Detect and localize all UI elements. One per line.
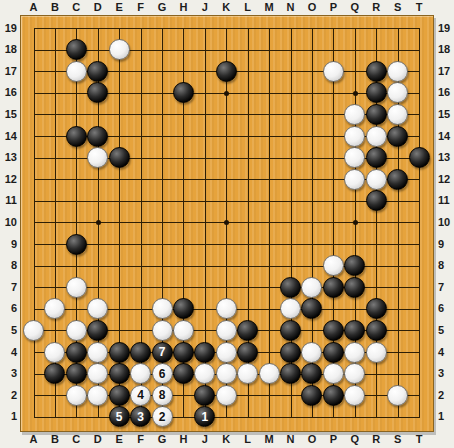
column-label-top: C — [66, 1, 86, 14]
black-stone-C9[interactable] — [66, 234, 87, 255]
row-label-right: 14 — [438, 130, 454, 143]
black-stone-D14[interactable] — [87, 126, 108, 147]
white-stone-R4[interactable] — [366, 342, 387, 363]
white-stone-P17[interactable] — [323, 61, 344, 82]
row-label-left: 10 — [0, 216, 17, 229]
white-stone-S2[interactable] — [387, 385, 408, 406]
black-stone-H3[interactable] — [173, 363, 194, 384]
column-label-top: F — [131, 1, 151, 14]
move-number: 1 — [202, 410, 209, 424]
column-label-top: R — [366, 1, 386, 14]
black-stone-E2[interactable] — [109, 385, 130, 406]
grid-line-vertical — [419, 28, 420, 418]
white-stone-R14[interactable] — [366, 126, 387, 147]
column-label-top: G — [152, 1, 172, 14]
white-stone-C17[interactable] — [66, 61, 87, 82]
row-label-right: 19 — [438, 22, 454, 35]
go-game-screenshot: AABBCCDDEEFFGGHHJJKKLLMMNNOOPPQQRRSSTT19… — [0, 0, 454, 448]
row-label-left: 6 — [0, 302, 17, 315]
column-label-bottom: L — [238, 433, 258, 446]
column-label-bottom: H — [173, 433, 193, 446]
black-stone-S12[interactable] — [387, 169, 408, 190]
column-label-top: J — [195, 1, 215, 14]
black-stone-P2[interactable] — [323, 385, 344, 406]
row-label-left: 17 — [0, 65, 17, 78]
grid-line-horizontal — [34, 244, 421, 245]
row-label-right: 10 — [438, 216, 454, 229]
column-label-bottom: J — [195, 433, 215, 446]
white-stone-K4[interactable] — [216, 342, 237, 363]
black-stone-P5[interactable] — [323, 320, 344, 341]
black-stone-D5[interactable] — [87, 320, 108, 341]
row-label-left: 16 — [0, 86, 17, 99]
black-stone-O2[interactable] — [301, 385, 322, 406]
row-label-right: 3 — [438, 367, 454, 380]
row-label-left: 14 — [0, 130, 17, 143]
column-label-bottom: M — [259, 433, 279, 446]
black-stone-J2[interactable] — [194, 385, 215, 406]
row-label-left: 3 — [0, 367, 17, 380]
black-stone-E3[interactable] — [109, 363, 130, 384]
column-label-top: M — [259, 1, 279, 14]
column-label-bottom: A — [24, 433, 44, 446]
black-stone-L5[interactable] — [237, 320, 258, 341]
black-stone-N4[interactable] — [280, 342, 301, 363]
white-stone-Q4[interactable] — [344, 342, 365, 363]
black-stone-R11[interactable] — [366, 190, 387, 211]
row-label-right: 16 — [438, 86, 454, 99]
white-stone-C5[interactable] — [66, 320, 87, 341]
white-stone-G2[interactable]: 8 — [152, 385, 173, 406]
white-stone-H5[interactable] — [173, 320, 194, 341]
column-label-bottom: G — [152, 433, 172, 446]
white-stone-A5[interactable] — [23, 320, 44, 341]
black-stone-F4[interactable] — [130, 342, 151, 363]
black-stone-P4[interactable] — [323, 342, 344, 363]
black-stone-S14[interactable] — [387, 126, 408, 147]
row-label-right: 13 — [438, 151, 454, 164]
column-label-top: O — [302, 1, 322, 14]
black-stone-R17[interactable] — [366, 61, 387, 82]
white-stone-K3[interactable] — [216, 363, 237, 384]
black-stone-L4[interactable] — [237, 342, 258, 363]
row-label-left: 19 — [0, 22, 17, 35]
row-label-left: 11 — [0, 194, 17, 207]
row-label-left: 13 — [0, 151, 17, 164]
column-label-top: K — [216, 1, 236, 14]
white-stone-G3[interactable]: 6 — [152, 363, 173, 384]
black-stone-E4[interactable] — [109, 342, 130, 363]
white-stone-O4[interactable] — [301, 342, 322, 363]
black-stone-R5[interactable] — [366, 320, 387, 341]
row-label-right: 7 — [438, 281, 454, 294]
column-label-top: B — [45, 1, 65, 14]
column-label-bottom: N — [281, 433, 301, 446]
column-label-top: A — [24, 1, 44, 14]
black-stone-C14[interactable] — [66, 126, 87, 147]
row-label-right: 15 — [438, 108, 454, 121]
black-stone-K17[interactable] — [216, 61, 237, 82]
black-stone-C4[interactable] — [66, 342, 87, 363]
column-label-bottom: E — [109, 433, 129, 446]
black-stone-J4[interactable] — [194, 342, 215, 363]
row-label-right: 6 — [438, 302, 454, 315]
row-label-left: 7 — [0, 281, 17, 294]
column-label-bottom: C — [66, 433, 86, 446]
white-stone-C2[interactable] — [66, 385, 87, 406]
move-number: 7 — [159, 345, 166, 359]
white-stone-G6[interactable] — [152, 298, 173, 319]
row-label-right: 11 — [438, 194, 454, 207]
black-stone-Q7[interactable] — [344, 277, 365, 298]
row-label-right: 8 — [438, 259, 454, 272]
black-stone-G4[interactable]: 7 — [152, 342, 173, 363]
row-label-left: 2 — [0, 389, 17, 402]
white-stone-S17[interactable] — [387, 61, 408, 82]
row-label-right: 5 — [438, 324, 454, 337]
white-stone-Q2[interactable] — [344, 385, 365, 406]
grid-line-vertical — [269, 28, 270, 418]
white-stone-E18[interactable] — [109, 39, 130, 60]
white-stone-K2[interactable] — [216, 385, 237, 406]
white-stone-G5[interactable] — [152, 320, 173, 341]
column-label-top: P — [323, 1, 343, 14]
white-stone-K5[interactable] — [216, 320, 237, 341]
black-stone-D17[interactable] — [87, 61, 108, 82]
white-stone-C7[interactable] — [66, 277, 87, 298]
column-label-bottom: D — [88, 433, 108, 446]
row-label-left: 4 — [0, 346, 17, 359]
white-stone-K6[interactable] — [216, 298, 237, 319]
column-label-top: Q — [345, 1, 365, 14]
row-label-right: 12 — [438, 173, 454, 186]
row-label-right: 2 — [438, 389, 454, 402]
column-label-bottom: B — [45, 433, 65, 446]
black-stone-R15[interactable] — [366, 104, 387, 125]
white-stone-D2[interactable] — [87, 385, 108, 406]
white-stone-M3[interactable] — [259, 363, 280, 384]
column-label-bottom: T — [409, 433, 429, 446]
column-label-bottom: O — [302, 433, 322, 446]
white-stone-F2[interactable]: 4 — [130, 385, 151, 406]
black-stone-R6[interactable] — [366, 298, 387, 319]
white-stone-D4[interactable] — [87, 342, 108, 363]
column-label-bottom: K — [216, 433, 236, 446]
black-stone-R13[interactable] — [366, 147, 387, 168]
column-label-bottom: S — [388, 433, 408, 446]
black-stone-N3[interactable] — [280, 363, 301, 384]
move-number: 5 — [116, 410, 123, 424]
row-label-left: 15 — [0, 108, 17, 121]
white-stone-S15[interactable] — [387, 104, 408, 125]
column-label-top: N — [281, 1, 301, 14]
star-point — [353, 91, 358, 96]
row-label-left: 12 — [0, 173, 17, 186]
column-label-top: E — [109, 1, 129, 14]
row-label-right: 1 — [438, 410, 454, 423]
row-label-right: 9 — [438, 238, 454, 251]
move-number: 4 — [137, 388, 144, 402]
row-label-right: 4 — [438, 346, 454, 359]
column-label-bottom: P — [323, 433, 343, 446]
white-stone-Q14[interactable] — [344, 126, 365, 147]
row-label-left: 18 — [0, 43, 17, 56]
white-stone-O7[interactable] — [301, 277, 322, 298]
black-stone-C18[interactable] — [66, 39, 87, 60]
black-stone-H4[interactable] — [173, 342, 194, 363]
white-stone-B4[interactable] — [44, 342, 65, 363]
move-number: 6 — [159, 367, 166, 381]
white-stone-R12[interactable] — [366, 169, 387, 190]
grid-line-horizontal — [34, 417, 421, 418]
row-label-left: 8 — [0, 259, 17, 272]
white-stone-P3[interactable] — [323, 363, 344, 384]
row-label-right: 17 — [438, 65, 454, 78]
move-number: 2 — [159, 410, 166, 424]
black-stone-E13[interactable] — [109, 147, 130, 168]
black-stone-P7[interactable] — [323, 277, 344, 298]
column-label-top: L — [238, 1, 258, 14]
black-stone-N7[interactable] — [280, 277, 301, 298]
column-label-bottom: Q — [345, 433, 365, 446]
row-label-left: 1 — [0, 410, 17, 423]
black-stone-E1[interactable]: 5 — [109, 406, 130, 427]
black-stone-R16[interactable] — [366, 82, 387, 103]
black-stone-T13[interactable] — [409, 147, 430, 168]
black-stone-N5[interactable] — [280, 320, 301, 341]
white-stone-P8[interactable] — [323, 255, 344, 276]
column-label-bottom: R — [366, 433, 386, 446]
column-label-top: T — [409, 1, 429, 14]
white-stone-G1[interactable]: 2 — [152, 406, 173, 427]
row-label-left: 9 — [0, 238, 17, 251]
move-number: 8 — [159, 388, 166, 402]
row-label-right: 18 — [438, 43, 454, 56]
black-stone-C3[interactable] — [66, 363, 87, 384]
column-label-top: D — [88, 1, 108, 14]
column-label-top: S — [388, 1, 408, 14]
column-label-top: H — [173, 1, 193, 14]
row-label-left: 5 — [0, 324, 17, 337]
column-label-bottom: F — [131, 433, 151, 446]
white-stone-Q12[interactable] — [344, 169, 365, 190]
move-number: 3 — [137, 410, 144, 424]
